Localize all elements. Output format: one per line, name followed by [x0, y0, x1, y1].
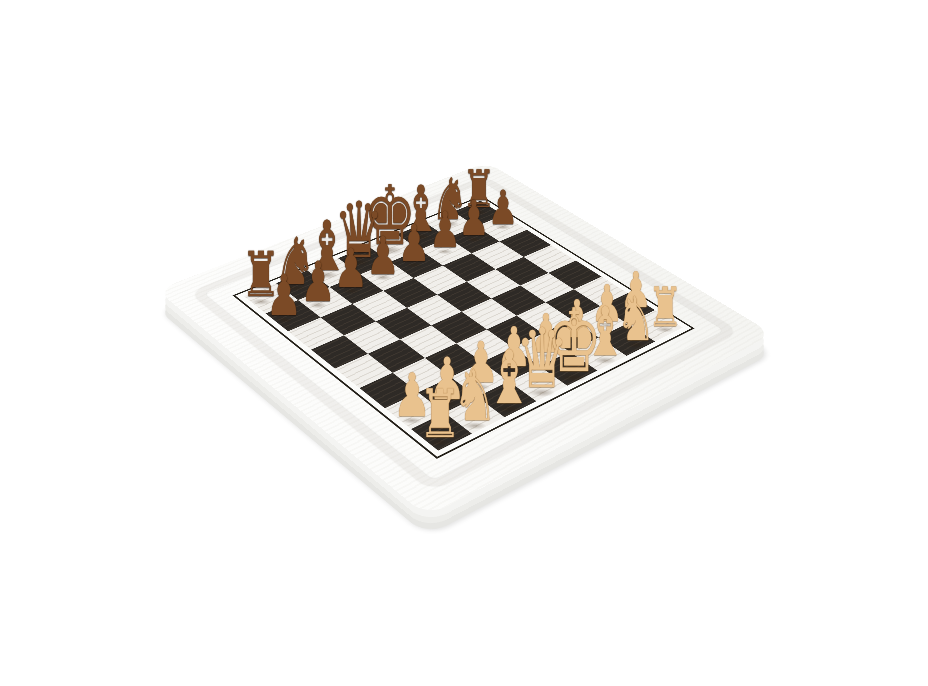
chess-board	[157, 162, 773, 517]
chess-product-photo: ♜♞♝♛♚♝♞♜♟♟♟♟♟♟♟♟♟♟♟♟♟♟♟♟♜♞♝♛♚♝♞♜	[0, 0, 928, 686]
board-squares-grid	[244, 201, 683, 451]
